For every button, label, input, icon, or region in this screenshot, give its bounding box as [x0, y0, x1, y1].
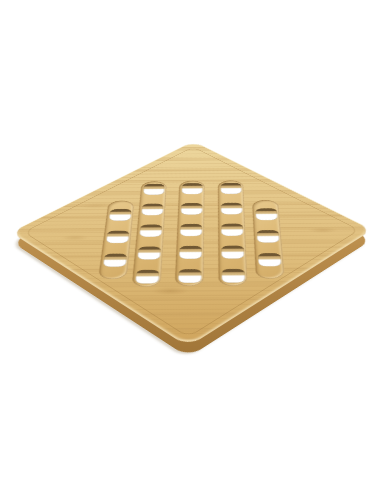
trivet-slot-hole — [178, 246, 201, 259]
trivet-slot-hole — [255, 208, 277, 220]
trivet-slot-hole — [139, 224, 162, 236]
trivet-slot-hole — [220, 203, 242, 215]
trivet-top-face — [11, 141, 373, 347]
trivet-channel — [131, 181, 166, 287]
trivet-slot-hole — [108, 209, 131, 221]
channels-layer — [11, 141, 373, 347]
trivet-slot-hole — [257, 253, 281, 266]
trivet-slot-hole — [220, 183, 241, 194]
trivet-slot-hole — [221, 269, 245, 283]
trivet-slot-hole — [142, 184, 164, 195]
trivet-slot-hole — [179, 224, 201, 236]
trivet-slot-hole — [256, 230, 279, 243]
trivet-slot-hole — [134, 270, 158, 284]
product-photo — [0, 0, 381, 492]
trivet-slot-hole — [177, 269, 201, 283]
trivet-slot-hole — [102, 253, 126, 266]
trivet-slot-hole — [105, 230, 129, 243]
trivet-slot-hole — [140, 203, 162, 215]
trivet-slot-hole — [220, 223, 242, 235]
trivet-slot-hole — [220, 245, 243, 258]
trivet-channel — [174, 180, 204, 285]
trivet-slot-hole — [181, 183, 202, 194]
trivet-channel — [252, 200, 285, 279]
trivet-slot-hole — [180, 203, 202, 215]
trivet-channel — [98, 200, 134, 279]
trivet-channel — [217, 180, 247, 286]
trivet-slot-hole — [137, 246, 161, 259]
